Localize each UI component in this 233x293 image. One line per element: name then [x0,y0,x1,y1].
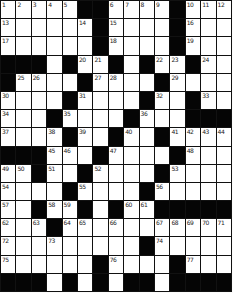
cell-r13-c1[interactable]: 62 [1,219,16,237]
clue-number-76: 76 [110,256,117,263]
block-cell-r16-c9 [124,274,139,292]
cell-r10-c1[interactable]: 49 [1,165,16,183]
cell-r5-c4[interactable] [47,74,62,92]
clue-number-38: 38 [48,128,55,135]
block-cell-r12-c3 [32,201,47,219]
cell-r11-c15[interactable] [217,183,232,201]
clue-number-41: 41 [171,128,178,135]
cell-r4-c12[interactable]: 23 [170,56,185,74]
cell-r10-c14[interactable] [201,165,216,183]
crossword-grid: 1234567891011121314151617181920212223242… [0,0,232,292]
cell-r9-c9[interactable] [124,147,139,165]
cell-r6-c8[interactable] [109,92,124,110]
block-cell-r7-c15 [217,110,232,128]
block-cell-r16-c13 [186,274,201,292]
cell-r9-c5[interactable]: 46 [63,147,78,165]
cell-r1-c15[interactable]: 12 [217,1,232,19]
block-cell-r7-c14 [201,110,216,128]
clue-number-53: 53 [171,165,178,172]
clue-number-9: 9 [156,1,159,8]
cell-r10-c13[interactable] [186,165,201,183]
cell-r5-c9[interactable] [124,74,139,92]
block-cell-r6-c13 [186,92,201,110]
cell-r2-c14[interactable] [201,19,216,37]
block-cell-r16-c7 [93,274,108,292]
cell-r14-c5[interactable] [63,237,78,255]
block-cell-r9-c3 [32,147,47,165]
block-cell-r10-c11 [155,165,170,183]
clue-number-33: 33 [202,92,209,99]
clue-number-37: 37 [2,128,9,135]
cell-r8-c3[interactable] [32,128,47,146]
cell-r7-c6[interactable] [78,110,93,128]
cell-r7-c11[interactable] [155,110,170,128]
cell-r11-c13[interactable] [186,183,201,201]
block-cell-r15-c7 [93,256,108,274]
clue-number-74: 74 [156,237,163,244]
cell-r10-c12[interactable]: 53 [170,165,185,183]
clue-number-20: 20 [79,56,86,63]
cell-r13-c12[interactable]: 68 [170,219,185,237]
cell-r10-c8[interactable] [109,165,124,183]
cell-r1-c8[interactable]: 6 [109,1,124,19]
cell-r7-c12[interactable] [170,110,185,128]
clue-number-47: 47 [110,147,117,154]
cell-r14-c7[interactable] [93,237,108,255]
cell-r6-c15[interactable] [217,92,232,110]
cell-r1-c3[interactable]: 3 [32,1,47,19]
cell-r8-c12[interactable]: 41 [170,128,185,146]
cell-r6-c2[interactable] [16,92,31,110]
cell-r12-c10[interactable]: 61 [140,201,155,219]
clue-number-61: 61 [141,201,148,208]
clue-number-77: 77 [187,256,194,263]
cell-r14-c9[interactable] [124,237,139,255]
clue-number-59: 59 [64,201,71,208]
cell-r10-c2[interactable]: 50 [16,165,31,183]
block-cell-r10-c3 [32,165,47,183]
block-cell-r6-c10 [140,92,155,110]
block-cell-r4-c1 [1,56,16,74]
cell-r10-c4[interactable]: 51 [47,165,62,183]
cell-r15-c15[interactable] [217,256,232,274]
cell-r3-c8[interactable]: 18 [109,37,124,55]
cell-r10-c15[interactable] [217,165,232,183]
cell-r3-c14[interactable] [201,37,216,55]
cell-r1-c2[interactable]: 2 [16,1,31,19]
cell-r4-c7[interactable]: 21 [93,56,108,74]
cell-r15-c13[interactable]: 77 [186,256,201,274]
cell-r1-c1[interactable]: 1 [1,1,16,19]
cell-r10-c5[interactable] [63,165,78,183]
clue-number-11: 11 [202,1,209,8]
block-cell-r14-c10 [140,237,155,255]
cell-r7-c2[interactable] [16,110,31,128]
clue-number-22: 22 [156,56,163,63]
clue-number-28: 28 [110,74,117,81]
clue-number-1: 1 [2,1,5,8]
clue-number-21: 21 [94,56,101,63]
block-cell-r16-c2 [16,274,31,292]
block-cell-r9-c12 [170,147,185,165]
cell-r8-c2[interactable] [16,128,31,146]
cell-r14-c14[interactable] [201,237,216,255]
cell-r7-c1[interactable]: 34 [1,110,16,128]
cell-r11-c6[interactable]: 55 [78,183,93,201]
cell-r8-c1[interactable]: 37 [1,128,16,146]
cell-r12-c5[interactable]: 59 [63,201,78,219]
block-cell-r12-c15 [217,201,232,219]
cell-r2-c13[interactable]: 16 [186,19,201,37]
cell-r2-c9[interactable] [124,19,139,37]
clue-number-52: 52 [94,165,101,172]
block-cell-r8-c5 [63,128,78,146]
cell-r11-c7[interactable] [93,183,108,201]
cell-r3-c15[interactable] [217,37,232,55]
block-cell-r16-c10 [140,274,155,292]
cell-r8-c7[interactable] [93,128,108,146]
cell-r9-c10[interactable] [140,147,155,165]
cell-r6-c1[interactable]: 30 [1,92,16,110]
cell-r2-c10[interactable] [140,19,155,37]
cell-r15-c3[interactable] [32,256,47,274]
cell-r2-c11[interactable] [155,19,170,37]
cell-r12-c2[interactable] [16,201,31,219]
cell-r3-c13[interactable]: 19 [186,37,201,55]
clue-number-14: 14 [79,19,86,26]
cell-r5-c10[interactable] [140,74,155,92]
block-cell-r5-c1 [1,74,16,92]
cell-r13-c5[interactable]: 64 [63,219,78,237]
clue-number-51: 51 [48,165,55,172]
block-cell-r9-c1 [1,147,16,165]
clue-number-62: 62 [2,219,9,226]
cell-r11-c4[interactable] [47,183,62,201]
cell-r5-c12[interactable]: 29 [170,74,185,92]
cell-r4-c6[interactable]: 20 [78,56,93,74]
cell-r8-c15[interactable]: 44 [217,128,232,146]
cell-r3-c5[interactable] [63,37,78,55]
block-cell-r7-c13 [186,110,201,128]
clue-number-36: 36 [141,110,148,117]
cell-r6-c11[interactable]: 32 [155,92,170,110]
cell-r14-c12[interactable] [170,237,185,255]
cell-r2-c1[interactable]: 13 [1,19,16,37]
cell-r13-c13[interactable]: 69 [186,219,201,237]
block-cell-r4-c3 [32,56,47,74]
cell-r9-c13[interactable]: 48 [186,147,201,165]
cell-r9-c4[interactable]: 45 [47,147,62,165]
clue-number-65: 65 [79,219,86,226]
clue-number-55: 55 [79,183,86,190]
cell-r2-c4[interactable] [47,19,62,37]
cell-r5-c15[interactable] [217,74,232,92]
cell-r10-c9[interactable] [124,165,139,183]
cell-r14-c8[interactable] [109,237,124,255]
cell-r14-c4[interactable]: 73 [47,237,62,255]
cell-r5-c8[interactable]: 28 [109,74,124,92]
block-cell-r15-c12 [170,256,185,274]
cell-r14-c1[interactable]: 72 [1,237,16,255]
clue-number-56: 56 [156,183,163,190]
cell-r1-c14[interactable]: 11 [201,1,216,19]
cell-r14-c15[interactable] [217,237,232,255]
block-cell-r7-c4 [47,110,62,128]
cell-r6-c7[interactable] [93,92,108,110]
block-cell-r10-c6 [78,165,93,183]
clue-number-57: 57 [2,201,9,208]
cell-r4-c4[interactable] [47,56,62,74]
cell-r4-c14[interactable]: 24 [201,56,216,74]
cell-r16-c6[interactable] [78,274,93,292]
cell-r3-c10[interactable] [140,37,155,55]
cell-r9-c11[interactable] [155,147,170,165]
block-cell-r4-c2 [16,56,31,74]
cell-r5-c5[interactable] [63,74,78,92]
cell-r14-c11[interactable]: 74 [155,237,170,255]
block-cell-r9-c7 [93,147,108,165]
block-cell-r3-c7 [93,37,108,55]
cell-r7-c5[interactable]: 35 [63,110,78,128]
cell-r15-c4[interactable] [47,256,62,274]
block-cell-r6-c5 [63,92,78,110]
cell-r1-c11[interactable]: 9 [155,1,170,19]
clue-number-68: 68 [171,219,178,226]
cell-r12-c7[interactable] [93,201,108,219]
cell-r13-c3[interactable]: 63 [32,219,47,237]
cell-r6-c14[interactable]: 33 [201,92,216,110]
cell-r8-c13[interactable]: 42 [186,128,201,146]
block-cell-r5-c6 [78,74,93,92]
cell-r11-c2[interactable] [16,183,31,201]
cell-r6-c6[interactable]: 31 [78,92,93,110]
cell-r2-c2[interactable] [16,19,31,37]
cell-r16-c4[interactable] [47,274,62,292]
cell-r1-c9[interactable]: 7 [124,1,139,19]
clue-number-5: 5 [64,1,67,8]
clue-number-2: 2 [17,1,20,8]
block-cell-r4-c5 [63,56,78,74]
block-cell-r11-c5 [63,183,78,201]
clue-number-46: 46 [64,147,71,154]
cell-r11-c14[interactable] [201,183,216,201]
block-cell-r8-c8 [109,128,124,146]
clue-number-60: 60 [125,201,132,208]
clue-number-4: 4 [48,1,51,8]
clue-number-34: 34 [2,110,9,117]
clue-number-19: 19 [187,37,194,44]
cell-r11-c9[interactable] [124,183,139,201]
clue-number-17: 17 [2,37,9,44]
cell-r16-c11[interactable] [155,274,170,292]
cell-r7-c3[interactable] [32,110,47,128]
block-cell-r5-c11 [155,74,170,92]
clue-number-25: 25 [17,74,24,81]
cell-r11-c11[interactable]: 56 [155,183,170,201]
cell-r7-c10[interactable]: 36 [140,110,155,128]
cell-r9-c6[interactable] [78,147,93,165]
block-cell-r16-c15 [217,274,232,292]
block-cell-r16-c5 [63,274,78,292]
cell-r15-c14[interactable] [201,256,216,274]
cell-r8-c10[interactable] [140,128,155,146]
cell-r9-c8[interactable]: 47 [109,147,124,165]
cell-r6-c4[interactable] [47,92,62,110]
cell-r13-c8[interactable]: 66 [109,219,124,237]
cell-r15-c5[interactable] [63,256,78,274]
cell-r15-c6[interactable] [78,256,93,274]
clue-number-18: 18 [110,37,117,44]
cell-r11-c12[interactable] [170,183,185,201]
clue-number-6: 6 [110,1,113,8]
block-cell-r1-c7 [93,1,108,19]
block-cell-r4-c13 [186,56,201,74]
cell-r11-c3[interactable] [32,183,47,201]
cell-r14-c3[interactable] [32,237,47,255]
cell-r1-c13[interactable]: 10 [186,1,201,19]
cell-r13-c6[interactable]: 65 [78,219,93,237]
cell-r10-c7[interactable]: 52 [93,165,108,183]
cell-r5-c7[interactable]: 27 [93,74,108,92]
cell-r1-c10[interactable]: 8 [140,1,155,19]
cell-r15-c9[interactable] [124,256,139,274]
cell-r4-c11[interactable]: 22 [155,56,170,74]
block-cell-r13-c4 [47,219,62,237]
cell-r14-c2[interactable] [16,237,31,255]
clue-number-23: 23 [171,56,178,63]
clue-number-35: 35 [64,110,71,117]
clue-number-26: 26 [33,74,40,81]
clue-number-63: 63 [33,219,40,226]
crossword-page: 1234567891011121314151617181920212223242… [0,0,233,293]
cell-r5-c13[interactable] [186,74,201,92]
cell-r3-c6[interactable] [78,37,93,55]
clue-number-3: 3 [33,1,36,8]
cell-r2-c8[interactable]: 15 [109,19,124,37]
cell-r6-c9[interactable] [124,92,139,110]
clue-number-69: 69 [187,219,194,226]
cell-r5-c2[interactable]: 25 [16,74,31,92]
cell-r16-c8[interactable] [109,274,124,292]
cell-r8-c9[interactable]: 40 [124,128,139,146]
clue-number-29: 29 [171,74,178,81]
cell-r4-c9[interactable] [124,56,139,74]
cell-r4-c15[interactable] [217,56,232,74]
cell-r10-c10[interactable] [140,165,155,183]
block-cell-r4-c10 [140,56,155,74]
block-cell-r16-c12 [170,274,185,292]
clue-number-10: 10 [187,1,194,8]
cell-r7-c7[interactable] [93,110,108,128]
cell-r3-c3[interactable] [32,37,47,55]
block-cell-r7-c9 [124,110,139,128]
clue-number-24: 24 [202,56,209,63]
cell-r3-c11[interactable] [155,37,170,55]
cell-r3-c4[interactable] [47,37,62,55]
cell-r13-c7[interactable] [93,219,108,237]
clue-number-12: 12 [218,1,225,8]
block-cell-r12-c8 [109,201,124,219]
clue-number-70: 70 [202,219,209,226]
cell-r3-c2[interactable] [16,37,31,55]
clue-number-15: 15 [110,19,117,26]
block-cell-r16-c3 [32,274,47,292]
cell-r6-c3[interactable] [32,92,47,110]
cell-r14-c13[interactable] [186,237,201,255]
cell-r12-c9[interactable]: 60 [124,201,139,219]
cell-r3-c9[interactable] [124,37,139,55]
block-cell-r1-c12 [170,1,185,19]
cell-r11-c8[interactable] [109,183,124,201]
cell-r15-c11[interactable] [155,256,170,274]
cell-r13-c2[interactable] [16,219,31,237]
clue-number-54: 54 [2,183,9,190]
cell-r13-c15[interactable]: 71 [217,219,232,237]
cell-r11-c1[interactable]: 54 [1,183,16,201]
cell-r5-c3[interactable]: 26 [32,74,47,92]
clue-number-13: 13 [2,19,9,26]
cell-r8-c6[interactable]: 39 [78,128,93,146]
cell-r3-c1[interactable]: 17 [1,37,16,55]
cell-r6-c12[interactable] [170,92,185,110]
block-cell-r12-c13 [186,201,201,219]
cell-r1-c4[interactable]: 4 [47,1,62,19]
clue-number-64: 64 [64,219,71,226]
block-cell-r11-c10 [140,183,155,201]
block-cell-r4-c8 [109,56,124,74]
block-cell-r8-c11 [155,128,170,146]
clue-number-67: 67 [156,219,163,226]
block-cell-r16-c14 [201,274,216,292]
cell-r15-c10[interactable] [140,256,155,274]
cell-r14-c6[interactable] [78,237,93,255]
clue-number-7: 7 [125,1,128,8]
cell-r15-c2[interactable] [16,256,31,274]
clue-number-71: 71 [218,219,225,226]
cell-r7-c8[interactable] [109,110,124,128]
block-cell-r9-c2 [16,147,31,165]
cell-r13-c10[interactable] [140,219,155,237]
cell-r8-c14[interactable]: 43 [201,128,216,146]
cell-r9-c15[interactable] [217,147,232,165]
cell-r2-c6[interactable]: 14 [78,19,93,37]
cell-r2-c15[interactable] [217,19,232,37]
cell-r13-c9[interactable] [124,219,139,237]
cell-r12-c4[interactable]: 58 [47,201,62,219]
cell-r13-c11[interactable]: 67 [155,219,170,237]
clue-number-44: 44 [218,128,225,135]
cell-r5-c14[interactable] [201,74,216,92]
cell-r2-c3[interactable] [32,19,47,37]
cell-r15-c1[interactable]: 75 [1,256,16,274]
clue-number-49: 49 [2,165,9,172]
cell-r2-c5[interactable] [63,19,78,37]
clue-number-30: 30 [2,92,9,99]
block-cell-r12-c12 [170,201,185,219]
cell-r15-c8[interactable]: 76 [109,256,124,274]
block-cell-r1-c6 [78,1,93,19]
cell-r13-c14[interactable]: 70 [201,219,216,237]
clue-number-27: 27 [94,74,101,81]
block-cell-r12-c14 [201,201,216,219]
cell-r12-c1[interactable]: 57 [1,201,16,219]
clue-number-48: 48 [187,147,194,154]
clue-number-40: 40 [125,128,132,135]
clue-number-8: 8 [141,1,144,8]
cell-r8-c4[interactable]: 38 [47,128,62,146]
cell-r1-c5[interactable]: 5 [63,1,78,19]
cell-r9-c14[interactable] [201,147,216,165]
